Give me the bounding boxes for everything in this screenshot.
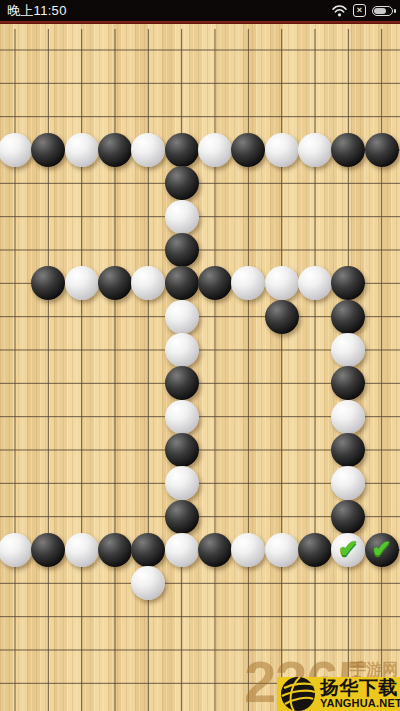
white-stone bbox=[331, 400, 365, 434]
black-stone bbox=[165, 433, 199, 467]
white-stone bbox=[165, 300, 199, 334]
black-stone bbox=[165, 133, 199, 167]
globe-icon bbox=[278, 674, 318, 711]
black-stone bbox=[165, 233, 199, 267]
wifi-icon bbox=[332, 5, 347, 17]
white-stone bbox=[265, 266, 299, 300]
battery-icon bbox=[372, 6, 393, 16]
black-stone bbox=[265, 300, 299, 334]
white-stone bbox=[198, 133, 232, 167]
badge-domain: YANGHUA.NET bbox=[320, 697, 400, 710]
download-badge: 扬华下载 YANGHUA.NET bbox=[277, 677, 400, 711]
white-stone bbox=[165, 200, 199, 234]
black-stone bbox=[165, 500, 199, 534]
accent-strip bbox=[0, 21, 400, 24]
black-stone bbox=[165, 266, 199, 300]
black-stone[interactable]: ✔ bbox=[365, 533, 399, 567]
white-stone bbox=[165, 533, 199, 567]
white-stone bbox=[298, 133, 332, 167]
black-stone bbox=[165, 366, 199, 400]
white-stone bbox=[265, 133, 299, 167]
badge-title: 扬华下载 bbox=[320, 678, 398, 697]
status-icons: × bbox=[332, 4, 393, 17]
check-icon: ✔ bbox=[372, 537, 392, 561]
sim-missing-icon: × bbox=[353, 4, 366, 17]
check-icon: ✔ bbox=[338, 537, 358, 561]
white-stone bbox=[65, 533, 99, 567]
white-stone bbox=[65, 266, 99, 300]
white-stone bbox=[165, 400, 199, 434]
black-stone bbox=[331, 300, 365, 334]
black-stone bbox=[98, 133, 132, 167]
white-stone bbox=[65, 133, 99, 167]
black-stone bbox=[365, 133, 399, 167]
status-time: 晚上11:50 bbox=[7, 2, 67, 20]
black-stone bbox=[98, 533, 132, 567]
white-stone bbox=[265, 533, 299, 567]
black-stone bbox=[165, 166, 199, 200]
white-stone bbox=[165, 466, 199, 500]
status-bar: 晚上11:50 × bbox=[0, 0, 400, 21]
go-board[interactable]: ✔✔ bbox=[0, 24, 400, 711]
black-stone bbox=[331, 500, 365, 534]
black-stone bbox=[198, 533, 232, 567]
black-stone bbox=[298, 533, 332, 567]
phone-screen: 晚上11:50 × ✔✔ 2365 手游网 扬华下载 YANGHUA bbox=[0, 0, 400, 711]
badge-text: 扬华下载 YANGHUA.NET bbox=[320, 678, 400, 710]
white-stone bbox=[165, 333, 199, 367]
